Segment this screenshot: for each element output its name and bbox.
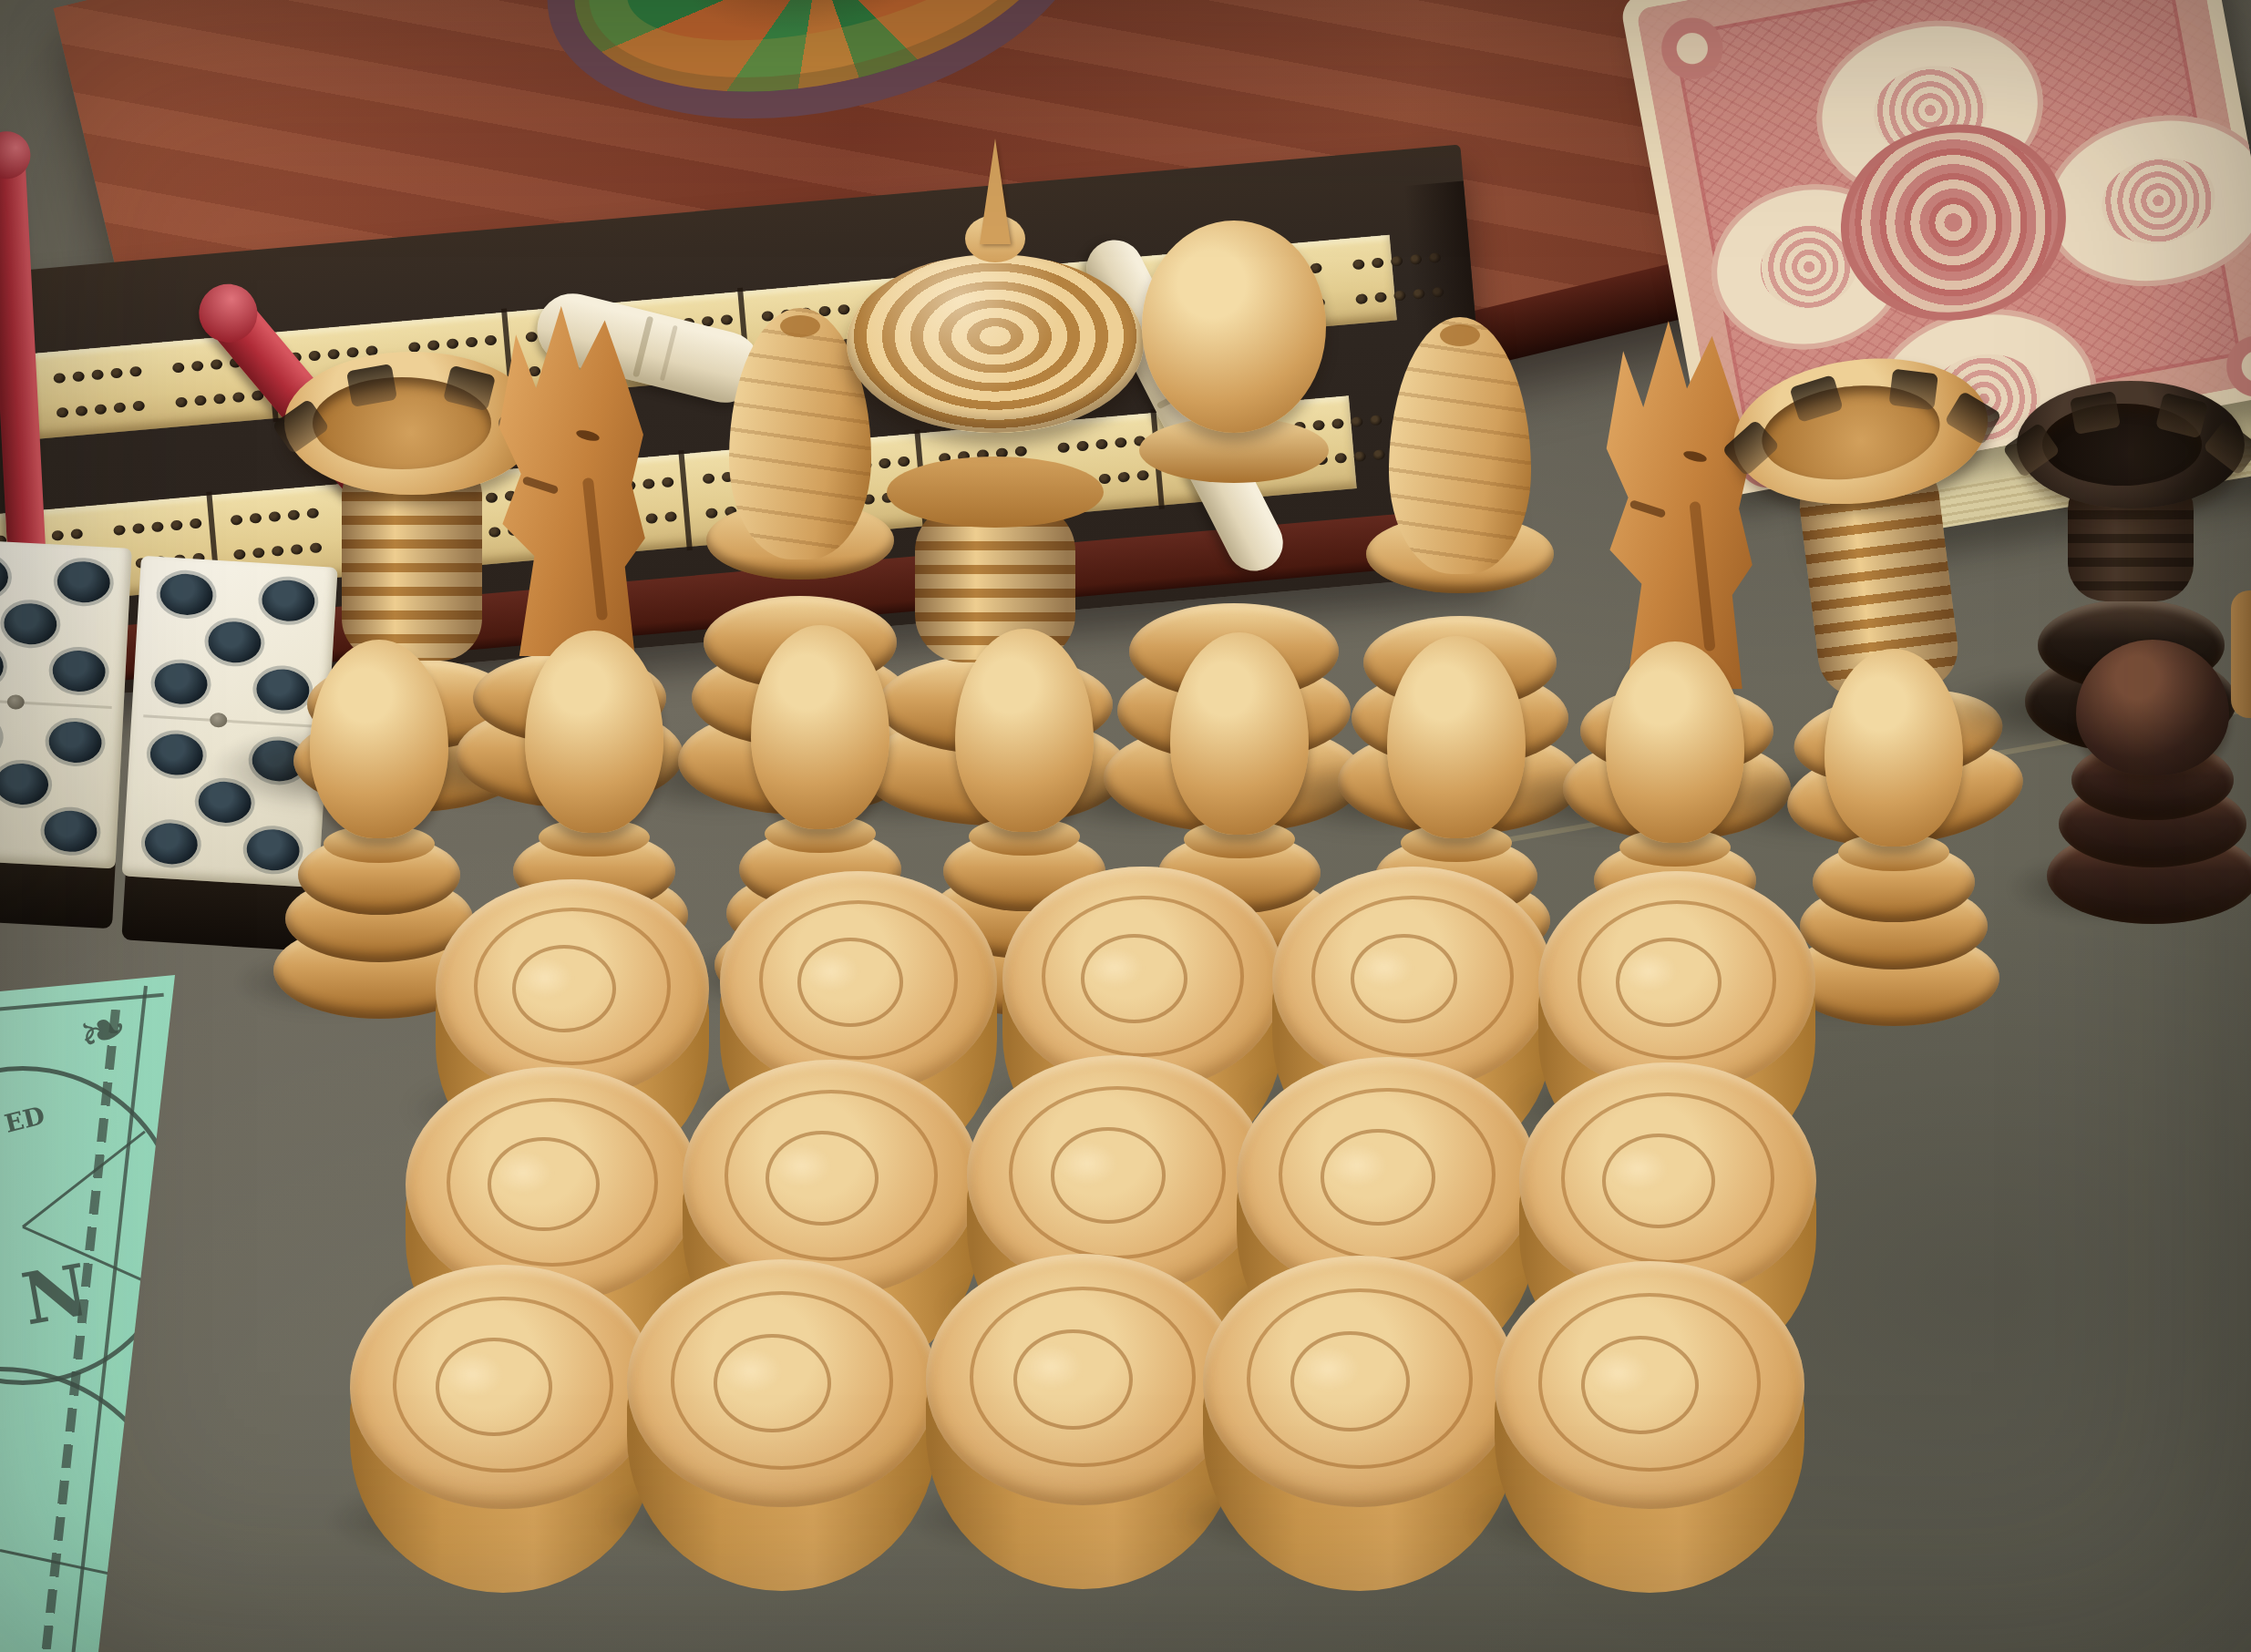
disc-turned-top — [1538, 871, 1815, 1093]
disc-grain-swirl — [803, 951, 858, 991]
disc-turned-top — [627, 1259, 937, 1507]
disc-turned-top — [436, 879, 709, 1098]
disc-turned-top — [1495, 1261, 1804, 1509]
disc-grain-swirl — [1086, 948, 1143, 988]
disc-turned-top — [926, 1254, 1239, 1504]
draughts-disc — [627, 1259, 937, 1591]
disc-grain-swirl — [1356, 948, 1413, 988]
disc-grain-swirl — [1588, 1350, 1650, 1395]
draughts-discs-layer — [0, 0, 2251, 1652]
disc-grain-swirl — [1297, 1346, 1360, 1391]
disc-grain-swirl — [720, 1349, 782, 1393]
disc-grain-swirl — [518, 958, 572, 997]
disc-turned-top — [350, 1265, 656, 1510]
disc-grain-swirl — [1020, 1344, 1083, 1390]
draughts-disc — [1495, 1261, 1804, 1593]
photo-antique-games-compendium: ❧EDN — [0, 0, 2251, 1652]
disc-grain-swirl — [1327, 1144, 1387, 1187]
disc-grain-swirl — [1621, 951, 1677, 991]
disc-grain-swirl — [1057, 1142, 1117, 1185]
disc-grain-swirl — [442, 1352, 503, 1396]
disc-grain-swirl — [494, 1152, 552, 1194]
disc-turned-top — [1203, 1256, 1516, 1506]
